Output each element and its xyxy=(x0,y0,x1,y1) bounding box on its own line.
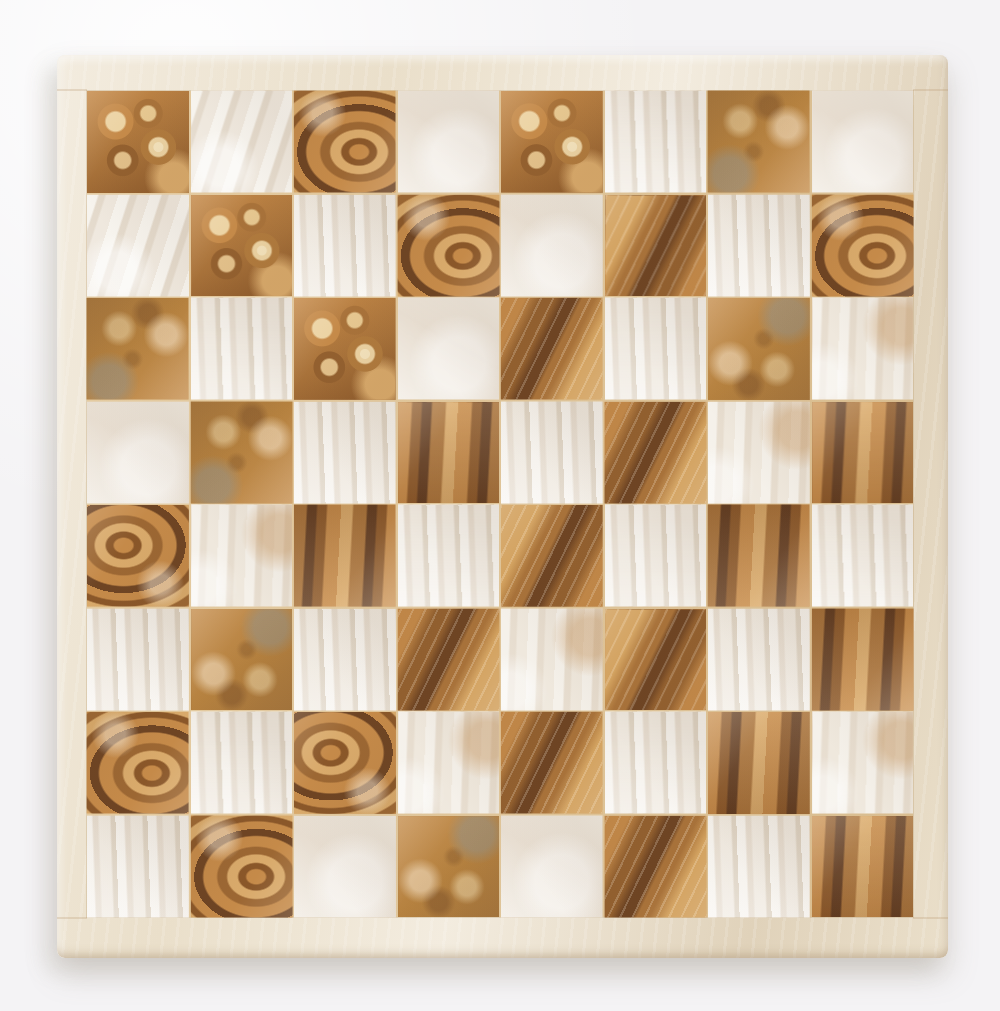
square-b3[interactable] xyxy=(191,609,293,711)
square-c4[interactable] xyxy=(294,505,396,607)
square-d2[interactable] xyxy=(398,712,500,814)
square-f6[interactable] xyxy=(605,298,707,400)
square-h8[interactable] xyxy=(812,91,914,193)
square-h3[interactable] xyxy=(812,609,914,711)
frame-seam-top-right xyxy=(913,89,948,91)
square-g6[interactable] xyxy=(708,298,810,400)
square-b6[interactable] xyxy=(191,298,293,400)
square-a6[interactable] xyxy=(87,298,189,400)
square-b8[interactable] xyxy=(191,91,293,193)
square-d8[interactable] xyxy=(398,91,500,193)
square-h5[interactable] xyxy=(812,402,914,504)
square-a7[interactable] xyxy=(87,195,189,297)
square-f3[interactable] xyxy=(605,609,707,711)
square-d7[interactable] xyxy=(398,195,500,297)
square-c1[interactable] xyxy=(294,816,396,918)
square-a3[interactable] xyxy=(87,609,189,711)
square-h1[interactable] xyxy=(812,816,914,918)
square-g1[interactable] xyxy=(708,816,810,918)
square-h7[interactable] xyxy=(812,195,914,297)
square-b4[interactable] xyxy=(191,505,293,607)
square-h2[interactable] xyxy=(812,712,914,814)
square-g8[interactable] xyxy=(708,91,810,193)
frame-seam-bottom-right xyxy=(913,917,948,919)
square-b2[interactable] xyxy=(191,712,293,814)
square-b7[interactable] xyxy=(191,195,293,297)
playing-area xyxy=(87,91,913,917)
square-c3[interactable] xyxy=(294,609,396,711)
frame-seam-bottom-left xyxy=(57,917,87,919)
square-f7[interactable] xyxy=(605,195,707,297)
square-e3[interactable] xyxy=(501,609,603,711)
square-a4[interactable] xyxy=(87,505,189,607)
square-f5[interactable] xyxy=(605,402,707,504)
frame-seam-top-left xyxy=(57,89,87,91)
square-h6[interactable] xyxy=(812,298,914,400)
square-g2[interactable] xyxy=(708,712,810,814)
square-e2[interactable] xyxy=(501,712,603,814)
square-f4[interactable] xyxy=(605,505,707,607)
square-b5[interactable] xyxy=(191,402,293,504)
square-d1[interactable] xyxy=(398,816,500,918)
square-f1[interactable] xyxy=(605,816,707,918)
square-a8[interactable] xyxy=(87,91,189,193)
square-c8[interactable] xyxy=(294,91,396,193)
square-h4[interactable] xyxy=(812,505,914,607)
square-c2[interactable] xyxy=(294,712,396,814)
square-c6[interactable] xyxy=(294,298,396,400)
square-g5[interactable] xyxy=(708,402,810,504)
square-d3[interactable] xyxy=(398,609,500,711)
photo-canvas xyxy=(0,0,1000,1011)
square-f8[interactable] xyxy=(605,91,707,193)
square-g4[interactable] xyxy=(708,505,810,607)
square-a2[interactable] xyxy=(87,712,189,814)
square-g3[interactable] xyxy=(708,609,810,711)
square-g7[interactable] xyxy=(708,195,810,297)
chessboard xyxy=(57,55,948,958)
square-e6[interactable] xyxy=(501,298,603,400)
square-e5[interactable] xyxy=(501,402,603,504)
square-e4[interactable] xyxy=(501,505,603,607)
square-b1[interactable] xyxy=(191,816,293,918)
square-d5[interactable] xyxy=(398,402,500,504)
square-c7[interactable] xyxy=(294,195,396,297)
square-e1[interactable] xyxy=(501,816,603,918)
square-e8[interactable] xyxy=(501,91,603,193)
square-d6[interactable] xyxy=(398,298,500,400)
square-a5[interactable] xyxy=(87,402,189,504)
square-c5[interactable] xyxy=(294,402,396,504)
square-d4[interactable] xyxy=(398,505,500,607)
square-e7[interactable] xyxy=(501,195,603,297)
square-f2[interactable] xyxy=(605,712,707,814)
square-a1[interactable] xyxy=(87,816,189,918)
